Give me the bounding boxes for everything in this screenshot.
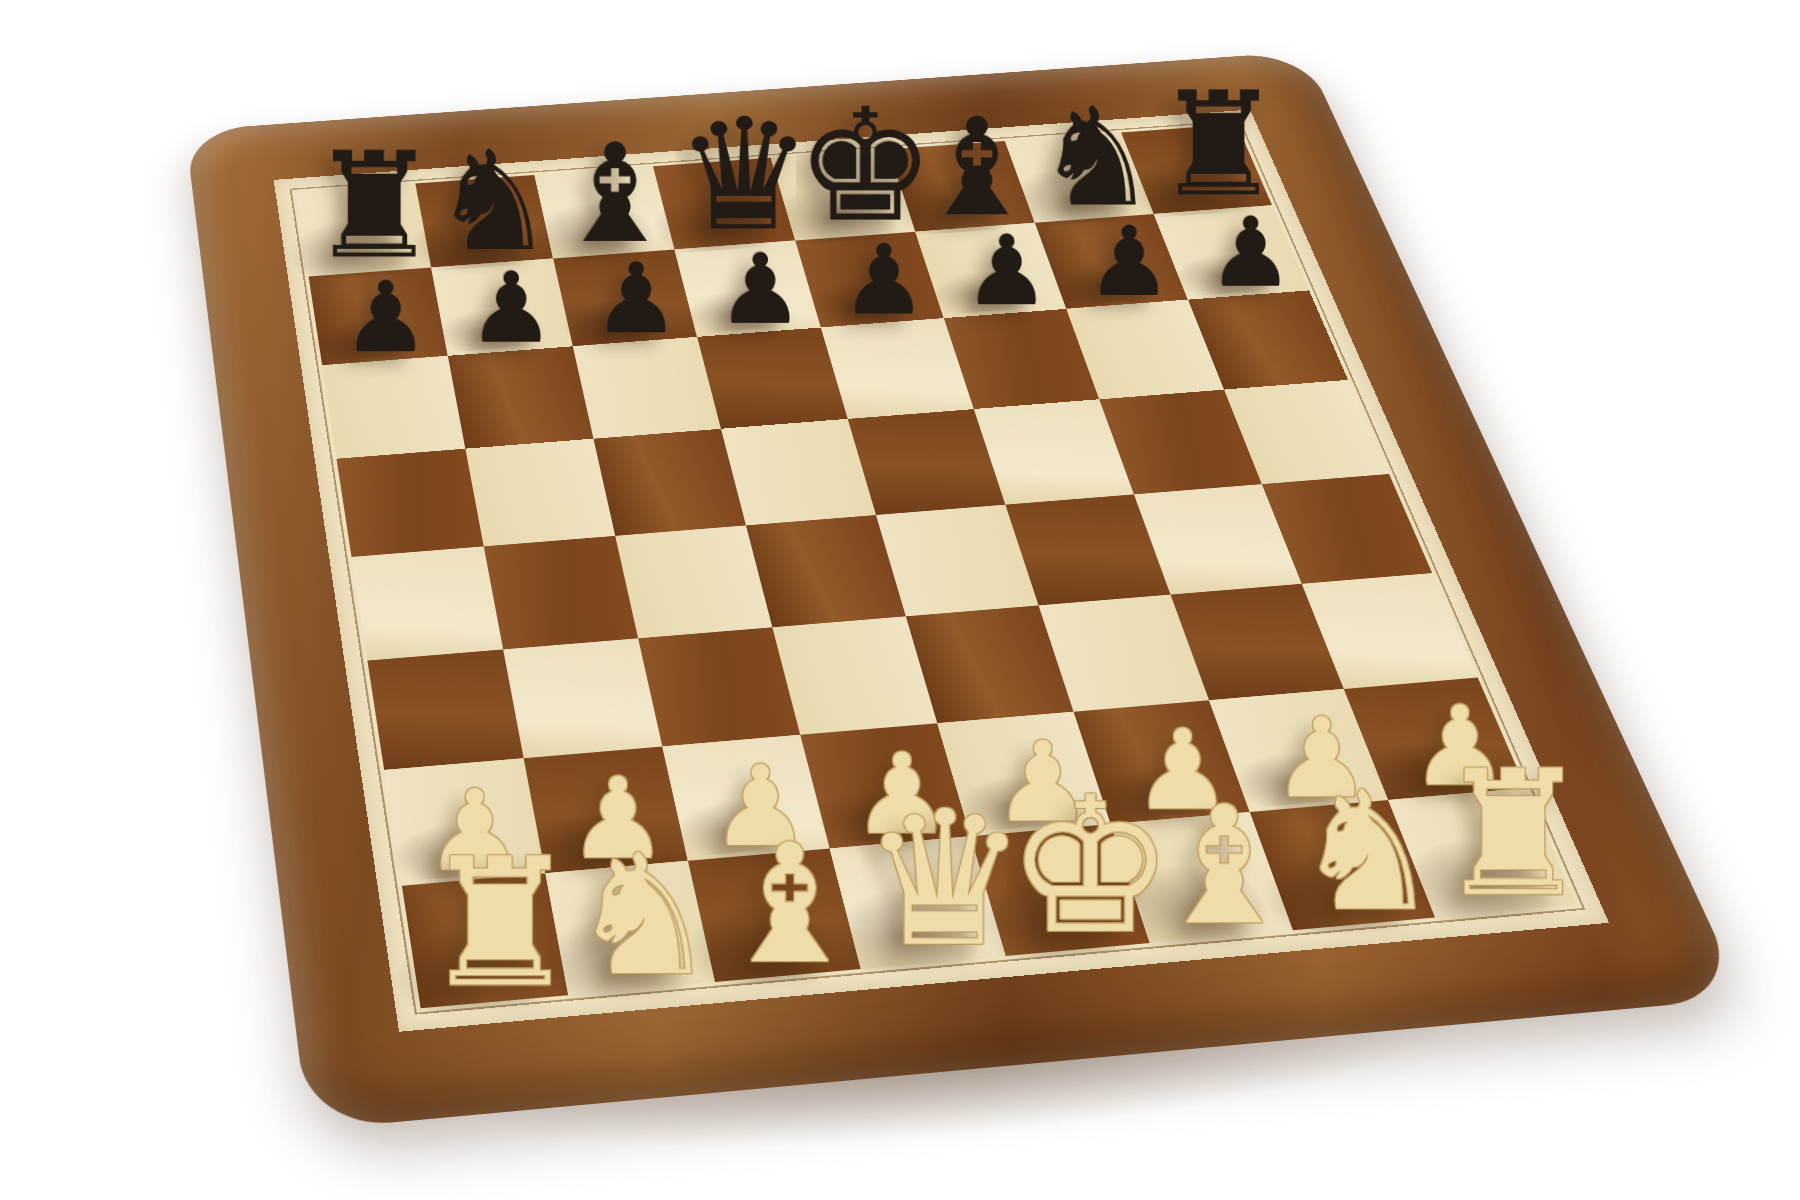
piece-black-queen-d8[interactable]: ♛: [675, 105, 798, 247]
square-a6[interactable]: [322, 356, 465, 459]
piece-black-pawn-f7[interactable]: ♟: [944, 227, 1069, 316]
piece-white-bishop-c1[interactable]: ♝: [716, 828, 864, 979]
board-maple-apron: ♜♞♝♛♚♝♞♜♟♟♟♟♟♟♟♟♟♟♟♟♟♟♟♟♜♞♝♛♚♝♞♜: [274, 110, 1609, 1032]
piece-black-pawn-d7[interactable]: ♟: [698, 245, 824, 334]
square-b5[interactable]: [465, 439, 615, 547]
piece-white-queen-d1[interactable]: ♛: [861, 795, 1009, 966]
square-b3[interactable]: [503, 638, 662, 758]
square-c3[interactable]: [638, 627, 800, 746]
piece-white-knight-g1[interactable]: ♞: [1294, 776, 1441, 927]
piece-black-pawn-a7[interactable]: ♟: [322, 273, 449, 363]
piece-black-king-e8[interactable]: ♚: [796, 95, 918, 238]
piece-black-pawn-h7[interactable]: ♟: [1189, 209, 1313, 297]
square-c7[interactable]: ♟: [553, 250, 697, 347]
square-d4[interactable]: [746, 515, 906, 627]
piece-white-rook-h1[interactable]: ♜: [1436, 756, 1582, 915]
piece-black-pawn-g7[interactable]: ♟: [1067, 218, 1192, 307]
square-a7[interactable]: ♟: [309, 268, 448, 366]
square-b7[interactable]: ♟: [431, 259, 573, 356]
piece-black-pawn-e7[interactable]: ♟: [821, 236, 946, 325]
square-h4[interactable]: [1262, 474, 1432, 584]
piece-white-knight-b1[interactable]: ♞: [569, 839, 718, 993]
piece-black-rook-a8[interactable]: ♜: [309, 140, 433, 274]
square-c4[interactable]: [615, 525, 772, 638]
square-h3[interactable]: [1302, 573, 1478, 689]
square-e6[interactable]: [821, 318, 974, 419]
square-b6[interactable]: [448, 346, 594, 448]
square-a4[interactable]: [352, 546, 504, 660]
product-photo-stage: ♜♞♝♛♚♝♞♜♟♟♟♟♟♟♟♟♟♟♟♟♟♟♟♟♜♞♝♛♚♝♞♜: [0, 0, 1800, 1200]
square-a1[interactable]: ♜: [402, 873, 568, 1008]
square-a5[interactable]: [336, 449, 483, 557]
piece-black-knight-g8[interactable]: ♞: [1035, 95, 1157, 221]
perspective-scene: ♜♞♝♛♚♝♞♜♟♟♟♟♟♟♟♟♟♟♟♟♟♟♟♟♜♞♝♛♚♝♞♜: [0, 0, 1800, 1200]
square-f5[interactable]: [974, 399, 1134, 504]
board-grid: ♜♞♝♛♚♝♞♜♟♟♟♟♟♟♟♟♟♟♟♟♟♟♟♟♜♞♝♛♚♝♞♜: [296, 124, 1577, 1008]
piece-black-pawn-c7[interactable]: ♟: [573, 254, 699, 344]
square-e4[interactable]: [876, 505, 1039, 617]
square-c6[interactable]: [573, 337, 721, 439]
piece-white-king-e1[interactable]: ♚: [1006, 780, 1154, 953]
piece-black-pawn-b7[interactable]: ♟: [448, 263, 574, 353]
square-d3[interactable]: [772, 616, 937, 735]
chess-board: ♜♞♝♛♚♝♞♜♟♟♟♟♟♟♟♟♟♟♟♟♟♟♟♟♜♞♝♛♚♝♞♜: [185, 51, 1744, 1130]
piece-black-rook-h8[interactable]: ♜: [1154, 79, 1275, 211]
square-b4[interactable]: [484, 536, 638, 650]
square-a3[interactable]: [367, 649, 523, 770]
square-g4[interactable]: [1134, 484, 1302, 594]
piece-black-knight-b8[interactable]: ♞: [431, 138, 554, 265]
piece-white-rook-a1[interactable]: ♜: [421, 843, 570, 1005]
square-c5[interactable]: [593, 429, 746, 536]
piece-black-bishop-c8[interactable]: ♝: [554, 131, 677, 256]
